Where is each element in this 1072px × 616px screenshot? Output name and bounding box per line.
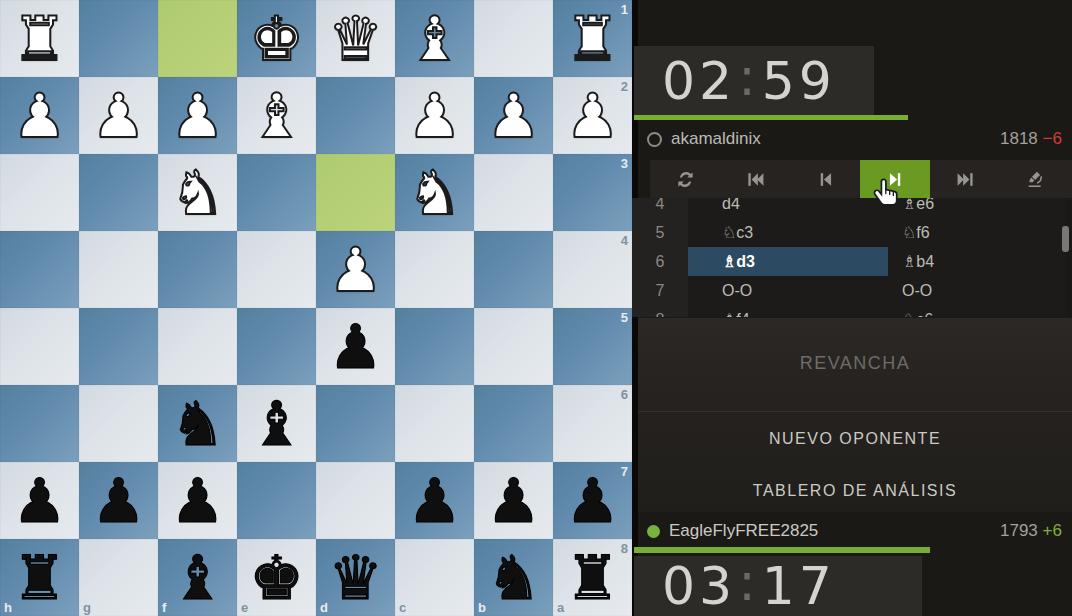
analysis-board-button[interactable]: TABLERO DE ANÁLISIS	[638, 481, 1072, 501]
square-f6[interactable]: ♞	[158, 385, 237, 462]
black-knight[interactable]: ♞	[158, 385, 237, 462]
square-d6[interactable]	[316, 385, 395, 462]
player-clock: 03:17	[634, 556, 922, 616]
square-d7[interactable]	[316, 462, 395, 539]
file-label-b: b	[478, 600, 486, 615]
move-row-4: 4d4♗e6	[632, 198, 1066, 218]
previous-move-icon	[816, 170, 835, 189]
rank-label-8: 8	[621, 541, 628, 556]
square-a3[interactable]: 3	[553, 154, 632, 231]
square-c5[interactable]	[395, 308, 474, 385]
last-move-icon	[956, 170, 975, 189]
square-e2[interactable]: ♝	[237, 77, 316, 154]
rank-label-5: 5	[621, 310, 628, 325]
cycle-button[interactable]	[650, 160, 720, 198]
player-name[interactable]: EagleFlyFREE2825	[669, 521, 818, 541]
square-e5[interactable]	[237, 308, 316, 385]
square-c3[interactable]: ♞	[395, 154, 474, 231]
move-5-black[interactable]: ♘f6	[888, 218, 1066, 247]
first-move-icon	[746, 170, 765, 189]
rank-label-4: 4	[621, 233, 628, 248]
square-b6[interactable]	[474, 385, 553, 462]
move-number: 7	[632, 276, 688, 305]
clock-seconds: 17	[762, 556, 836, 616]
offline-status-icon	[647, 132, 662, 147]
lichess-game-screen: ♜♚♛♝♜1♟♟♟♝♟♟♟2♞♞3♟4♟5♞♝6♟♟♟♟♟♟7♜hg♝f♚e♛d…	[0, 0, 1072, 616]
square-h8[interactable]: ♜h	[0, 539, 79, 616]
move-7-white[interactable]: O-O	[688, 276, 888, 305]
white-pawn[interactable]: ♟	[474, 77, 553, 154]
opponent-name[interactable]: akamaldinix	[671, 129, 761, 149]
move-5-white[interactable]: ♘c3	[688, 218, 888, 247]
white-rook[interactable]: ♜	[0, 0, 79, 77]
square-d1[interactable]: ♛	[316, 0, 395, 77]
move-row-8: 8♗f4♘c6	[632, 305, 1066, 317]
square-a4[interactable]: 4	[553, 231, 632, 308]
square-d5[interactable]: ♟	[316, 308, 395, 385]
square-f7[interactable]: ♟	[158, 462, 237, 539]
square-d3[interactable]	[316, 154, 395, 231]
chess-board[interactable]: ♜♚♛♝♜1♟♟♟♝♟♟♟2♞♞3♟4♟5♞♝6♟♟♟♟♟♟7♜hg♝f♚e♛d…	[0, 0, 632, 616]
white-knight[interactable]: ♞	[395, 154, 474, 231]
clock-minutes: 03	[662, 556, 736, 616]
square-h2[interactable]: ♟	[0, 77, 79, 154]
last-move-button[interactable]	[930, 160, 1000, 198]
square-d8[interactable]: ♛d	[316, 539, 395, 616]
square-h5[interactable]	[0, 308, 79, 385]
square-g2[interactable]: ♟	[79, 77, 158, 154]
section-divider	[638, 411, 1072, 412]
square-f3[interactable]: ♞	[158, 154, 237, 231]
square-c6[interactable]	[395, 385, 474, 462]
black-pawn[interactable]: ♟	[316, 308, 395, 385]
opponent-clock: 02:59	[634, 46, 874, 115]
cycle-icon	[676, 170, 695, 189]
move-7-black[interactable]: O-O	[888, 276, 1066, 305]
black-pawn[interactable]: ♟	[395, 462, 474, 539]
square-g8[interactable]: g	[79, 539, 158, 616]
rating-change: −6	[1043, 129, 1062, 148]
square-e7[interactable]	[237, 462, 316, 539]
file-label-a: a	[557, 600, 564, 615]
square-a8[interactable]: ♜8a	[553, 539, 632, 616]
white-pawn[interactable]: ♟	[158, 77, 237, 154]
square-c2[interactable]: ♟	[395, 77, 474, 154]
move-8-white[interactable]: ♗f4	[688, 305, 888, 317]
square-g6[interactable]	[79, 385, 158, 462]
square-b5[interactable]	[474, 308, 553, 385]
file-label-h: h	[4, 600, 12, 615]
rematch-button[interactable]: REVANCHA	[638, 352, 1072, 375]
square-f2[interactable]: ♟	[158, 77, 237, 154]
analysis-microscope-button[interactable]	[1000, 160, 1070, 198]
square-h4[interactable]	[0, 231, 79, 308]
player-rating: 1793 +6	[1000, 521, 1062, 541]
square-e1[interactable]: ♚	[237, 0, 316, 77]
square-g4[interactable]	[79, 231, 158, 308]
file-label-d: d	[320, 600, 328, 615]
opponent-row: akamaldinix 1818 −6	[632, 123, 1072, 155]
file-label-g: g	[83, 600, 91, 615]
white-pawn[interactable]: ♟	[316, 231, 395, 308]
move-number: 6	[632, 247, 688, 276]
opponent-time-bar	[634, 115, 908, 120]
move-4-black[interactable]: ♗e6	[888, 198, 1066, 218]
square-g3[interactable]	[79, 154, 158, 231]
square-g1[interactable]	[79, 0, 158, 77]
white-king[interactable]: ♚	[237, 0, 316, 77]
clock-seconds: 59	[762, 51, 836, 111]
move-row-7: 7O-OO-O	[632, 276, 1066, 305]
white-pawn[interactable]: ♟	[395, 77, 474, 154]
square-a5[interactable]: 5	[553, 308, 632, 385]
square-e3[interactable]	[237, 154, 316, 231]
white-pawn[interactable]: ♟	[0, 77, 79, 154]
white-queen[interactable]: ♛	[316, 0, 395, 77]
square-h3[interactable]	[0, 154, 79, 231]
square-b1[interactable]	[474, 0, 553, 77]
square-e6[interactable]: ♝	[237, 385, 316, 462]
new-opponent-button[interactable]: NUEVO OPONENTE	[638, 429, 1072, 449]
move-row-6: 6♗d3♗b4	[632, 247, 1066, 276]
move-number: 4	[632, 198, 688, 218]
next-move-icon	[886, 170, 905, 189]
rank-label-3: 3	[621, 156, 628, 171]
square-b7[interactable]: ♟	[474, 462, 553, 539]
square-g7[interactable]: ♟	[79, 462, 158, 539]
square-a1[interactable]: ♜1	[553, 0, 632, 77]
square-c8[interactable]: c	[395, 539, 474, 616]
file-label-c: c	[399, 600, 406, 615]
move-number: 8	[632, 305, 688, 317]
clock-colon: :	[738, 552, 760, 612]
move-6-black[interactable]: ♗b4	[888, 247, 1066, 276]
move-8-black[interactable]: ♘c6	[888, 305, 1066, 317]
square-e8[interactable]: ♚e	[237, 539, 316, 616]
player-time-bar	[634, 547, 930, 553]
rank-label-1: 1	[621, 2, 628, 17]
square-b3[interactable]	[474, 154, 553, 231]
rank-label-2: 2	[621, 79, 628, 94]
black-king[interactable]: ♚	[237, 539, 316, 616]
previous-move-button[interactable]	[790, 160, 860, 198]
square-b8[interactable]: ♞b	[474, 539, 553, 616]
square-f8[interactable]: ♝f	[158, 539, 237, 616]
square-h1[interactable]: ♜	[0, 0, 79, 77]
move-list[interactable]: 4d4♗e65♘c3♘f66♗d3♗b47O-OO-O8♗f4♘c6	[632, 198, 1066, 317]
square-c4[interactable]	[395, 231, 474, 308]
square-h7[interactable]: ♟	[0, 462, 79, 539]
white-bishop[interactable]: ♝	[395, 0, 474, 77]
online-status-icon	[647, 525, 660, 538]
square-a7[interactable]: ♟7	[553, 462, 632, 539]
move-number: 5	[632, 218, 688, 247]
rating-change: +6	[1043, 521, 1062, 540]
square-d4[interactable]: ♟	[316, 231, 395, 308]
file-label-f: f	[162, 600, 166, 615]
game-side-panel: 02:59 akamaldinix 1818 −6 4d4♗e65♘c3♘f66…	[632, 0, 1072, 616]
analysis-microscope-icon	[1026, 170, 1045, 189]
clock-colon: :	[738, 47, 760, 107]
square-f4[interactable]	[158, 231, 237, 308]
move-4-white[interactable]: d4	[688, 198, 888, 218]
move-list-scrollbar[interactable]	[1062, 226, 1069, 252]
square-d2[interactable]	[316, 77, 395, 154]
black-pawn[interactable]: ♟	[474, 462, 553, 539]
next-move-button[interactable]	[860, 160, 930, 198]
rank-label-7: 7	[621, 464, 628, 479]
move-navigation-bar	[650, 160, 1072, 198]
square-g5[interactable]	[79, 308, 158, 385]
square-a2[interactable]: ♟2	[553, 77, 632, 154]
square-h6[interactable]	[0, 385, 79, 462]
square-f1[interactable]	[158, 0, 237, 77]
rank-label-6: 6	[621, 387, 628, 402]
square-a6[interactable]: 6	[553, 385, 632, 462]
clock-minutes: 02	[662, 51, 736, 111]
move-row-5: 5♘c3♘f6	[632, 218, 1066, 247]
black-pawn[interactable]: ♟	[0, 462, 79, 539]
white-pawn[interactable]: ♟	[79, 77, 158, 154]
move-6-white[interactable]: ♗d3	[688, 247, 888, 276]
square-c7[interactable]: ♟	[395, 462, 474, 539]
black-bishop[interactable]: ♝	[237, 385, 316, 462]
square-b4[interactable]	[474, 231, 553, 308]
file-label-e: e	[241, 600, 248, 615]
first-move-button[interactable]	[720, 160, 790, 198]
white-knight[interactable]: ♞	[158, 154, 237, 231]
black-pawn[interactable]: ♟	[79, 462, 158, 539]
white-bishop[interactable]: ♝	[237, 77, 316, 154]
square-b2[interactable]: ♟	[474, 77, 553, 154]
square-e4[interactable]	[237, 231, 316, 308]
player-row: EagleFlyFREE2825 1793 +6	[632, 515, 1072, 547]
opponent-rating: 1818 −6	[1000, 129, 1062, 149]
black-pawn[interactable]: ♟	[158, 462, 237, 539]
square-c1[interactable]: ♝	[395, 0, 474, 77]
black-bishop[interactable]: ♝	[158, 539, 237, 616]
square-f5[interactable]	[158, 308, 237, 385]
